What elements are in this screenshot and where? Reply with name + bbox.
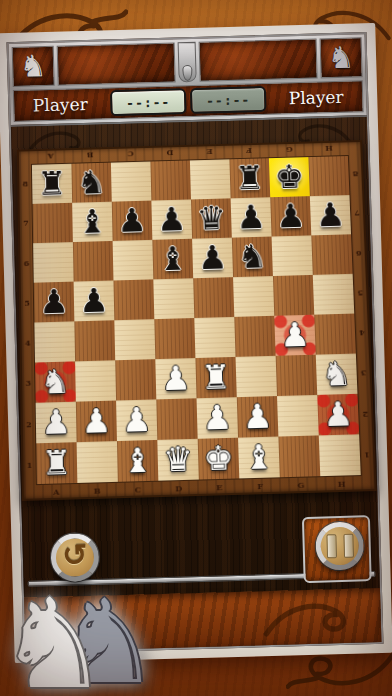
file-label-bottom-d: D [158,482,199,495]
white-knight-statue-icon: ♞ [0,582,109,696]
piece-black-pawn: ♟ [112,201,153,241]
piece-white-rook: ♜ [36,442,77,484]
square-d4[interactable] [154,318,195,359]
square-b2[interactable]: ♟ [76,401,117,443]
square-h3[interactable]: ♞ [316,354,358,395]
square-a7[interactable] [33,203,73,243]
piece-white-knight: ♞ [35,361,76,402]
piece-black-pawn: ♟ [34,282,75,323]
square-h8[interactable] [308,156,349,196]
square-a5[interactable]: ♟ [34,282,75,323]
square-d6[interactable]: ♝ [152,239,193,280]
piece-black-pawn: ♟ [74,280,115,321]
square-a6[interactable] [33,242,73,283]
file-label-top-e: E [190,146,230,159]
board-grid: ♜♞♜♚♝♟♟♛♟♟♟♝♟♞♟♟♟♞♟♜♞♟♟♟♟♟♟♜♝♛♚♝ [31,155,362,485]
file-label-top-h: H [309,142,349,155]
knight-statues: ♞ ♞ [0,551,179,696]
piece-black-bishop: ♝ [72,202,112,242]
piece-black-pawn: ♟ [231,197,272,237]
piece-white-pawn: ♟ [76,401,117,443]
player-left-piece-cell: ♞ [12,46,55,87]
square-f2[interactable]: ♟ [237,396,279,438]
square-c2[interactable]: ♟ [116,399,157,441]
square-h2[interactable]: ♟ [317,394,359,436]
piece-white-pawn: ♟ [155,358,196,399]
square-a4[interactable] [34,321,75,362]
player-right-piece-cell: ♞ [320,37,363,78]
header-bar: ♞ ♞ Player --:-- --:-- Player [9,34,367,127]
header-ornament-icon [178,42,197,82]
square-f4[interactable] [234,316,275,357]
square-e1[interactable]: ♚ [198,438,240,480]
piece-black-bishop: ♝ [152,239,193,280]
file-label-bottom-f: F [240,479,281,492]
file-label-bottom-c: C [117,483,158,496]
piece-white-pawn: ♟ [116,399,157,441]
rank-label-left-8: 8 [19,164,31,204]
file-label-top-b: B [70,149,110,162]
square-b1[interactable] [77,441,118,483]
square-f1[interactable]: ♝ [238,437,280,479]
player-left-name: Player [14,93,107,116]
square-h6[interactable] [311,234,352,275]
file-label-bottom-g: G [280,478,321,491]
piece-white-pawn: ♟ [237,396,279,438]
square-f5[interactable] [233,276,274,317]
square-e6[interactable]: ♟ [192,238,233,279]
rank-label-right-6: 6 [352,233,366,273]
square-f3[interactable] [236,356,277,397]
rank-label-right-1: 1 [360,435,374,476]
piece-black-knight: ♞ [232,237,273,278]
square-g2[interactable] [277,395,319,437]
player-timer-row: Player --:-- --:-- Player [13,80,364,122]
piece-white-rook: ♜ [195,357,236,398]
piece-black-rook: ♜ [32,164,72,204]
square-c6[interactable] [113,240,154,281]
piece-black-queen: ♛ [191,198,232,238]
square-a8[interactable]: ♜ [32,164,72,204]
square-d1[interactable]: ♛ [157,439,198,481]
square-c5[interactable] [113,279,154,320]
timer-left: --:-- [110,88,187,116]
square-h5[interactable] [313,274,354,315]
square-c3[interactable] [115,359,156,400]
header-panel-left [57,42,176,85]
square-c4[interactable] [114,319,155,360]
strip-flourish [254,596,375,639]
square-b5[interactable]: ♟ [74,280,115,321]
piece-white-bishop: ♝ [238,437,280,479]
piece-white-knight: ♞ [316,354,358,395]
square-d8[interactable] [150,160,191,200]
file-label-top-g: G [269,143,309,156]
square-a1[interactable]: ♜ [36,442,77,484]
square-d5[interactable] [153,278,194,319]
square-c7[interactable]: ♟ [112,201,153,241]
rank-label-right-5: 5 [354,273,368,313]
square-g5[interactable] [273,275,314,316]
square-f7[interactable]: ♟ [231,197,272,237]
square-c8[interactable] [111,162,151,202]
board-panel: ABCDEFGH ABCDEFGH 87654321 87654321 ♜♞♜♚… [11,117,380,598]
square-e4[interactable] [194,317,235,358]
square-g7[interactable]: ♟ [270,196,311,236]
piece-black-knight: ♞ [71,163,111,203]
rank-label-left-4: 4 [21,323,34,364]
piece-black-pawn: ♟ [270,196,311,236]
square-b8[interactable]: ♞ [71,163,111,203]
rank-label-right-8: 8 [349,155,362,195]
file-label-bottom-b: B [77,484,118,497]
square-c1[interactable]: ♝ [117,440,158,482]
file-label-bottom-e: E [199,480,240,493]
header-top-row: ♞ ♞ [12,37,363,87]
square-g6[interactable] [272,235,313,276]
square-g8[interactable]: ♚ [269,157,310,197]
square-b6[interactable] [73,241,114,282]
rank-label-left-1: 1 [23,444,36,485]
piece-black-king: ♚ [269,157,310,197]
square-e7[interactable]: ♛ [191,198,232,238]
square-e2[interactable]: ♟ [197,397,238,439]
rank-label-left-3: 3 [22,363,35,404]
piece-white-queen: ♛ [157,439,198,481]
square-h4[interactable] [314,314,356,355]
piece-black-rook: ♜ [229,158,270,198]
square-b3[interactable] [75,360,116,401]
square-d3[interactable]: ♟ [155,358,196,399]
piece-white-pawn: ♟ [274,315,315,356]
square-g1[interactable] [278,435,320,477]
square-b4[interactable] [74,320,115,361]
dark-knight-icon: ♞ [327,42,355,73]
rank-label-left-7: 7 [20,203,32,243]
square-e3[interactable]: ♜ [195,357,236,398]
square-h1[interactable] [319,434,361,476]
rank-label-right-7: 7 [350,194,364,234]
header-panel-right [199,38,318,81]
piece-black-pawn: ♟ [310,195,351,235]
piece-white-pawn: ♟ [36,402,77,444]
square-h7[interactable]: ♟ [310,195,351,235]
piece-white-bishop: ♝ [117,440,158,482]
square-f6[interactable]: ♞ [232,237,273,278]
rank-label-right-2: 2 [359,394,373,435]
rank-label-left-2: 2 [23,403,36,444]
square-b7[interactable]: ♝ [72,202,112,242]
file-label-bottom-h: H [321,477,362,490]
square-f8[interactable]: ♜ [229,158,270,198]
pause-icon [326,534,337,558]
timer-right: --:-- [190,86,267,114]
piece-black-pawn: ♟ [151,199,192,239]
square-g4[interactable]: ♟ [274,315,315,356]
piece-white-king: ♚ [198,438,240,480]
player-right-name: Player [270,86,363,109]
piece-black-pawn: ♟ [192,238,233,279]
chess-board: ABCDEFGH ABCDEFGH 87654321 87654321 ♜♞♜♚… [17,140,377,501]
piece-white-pawn: ♟ [317,394,359,436]
square-a2[interactable]: ♟ [36,402,77,444]
rank-label-left-6: 6 [20,243,33,283]
file-label-top-d: D [150,147,190,160]
rank-label-right-3: 3 [357,353,371,394]
square-d2[interactable] [156,398,197,440]
square-e8[interactable] [190,159,231,199]
rank-label-right-4: 4 [355,313,369,354]
square-a3[interactable]: ♞ [35,361,76,402]
file-label-top-c: C [110,148,150,161]
square-e5[interactable] [193,277,234,318]
piece-white-pawn: ♟ [197,397,238,439]
square-d7[interactable]: ♟ [151,199,192,239]
white-knight-icon: ♞ [19,51,47,82]
file-label-top-a: A [31,150,71,163]
file-label-bottom-a: A [36,485,77,498]
file-label-top-f: F [229,145,269,158]
square-g3[interactable] [276,355,318,396]
rank-label-left-5: 5 [21,282,34,322]
